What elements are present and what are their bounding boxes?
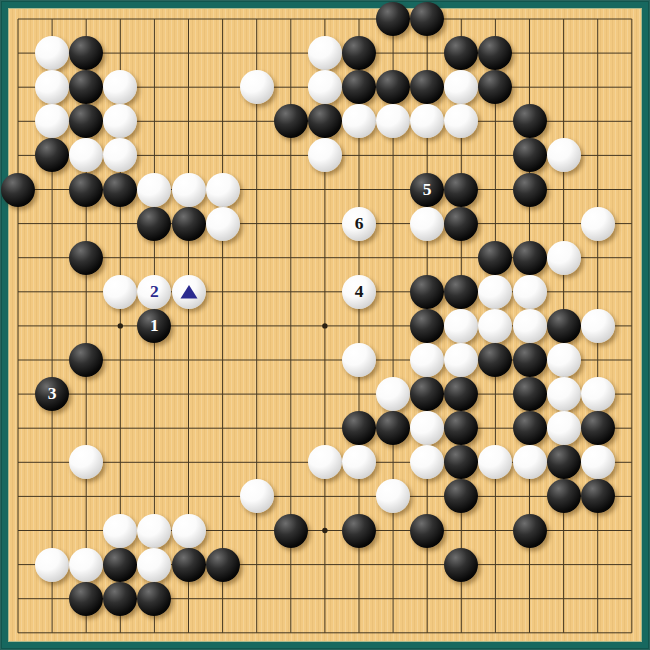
stone-black[interactable] (444, 173, 478, 207)
stone-black[interactable] (513, 104, 547, 138)
stone-white[interactable] (342, 445, 376, 479)
stone-black[interactable] (308, 104, 342, 138)
stone-white[interactable] (103, 70, 137, 104)
stone-white[interactable] (376, 479, 410, 513)
stone-black[interactable] (444, 445, 478, 479)
stone-black[interactable] (444, 377, 478, 411)
stone-black[interactable]: 1 (137, 309, 171, 343)
stone-black[interactable] (172, 548, 206, 582)
stone-black[interactable] (410, 275, 444, 309)
stone-white[interactable] (547, 411, 581, 445)
stone-white[interactable] (206, 173, 240, 207)
move-number-label: 3 (48, 385, 57, 403)
stone-black[interactable] (478, 70, 512, 104)
stone-white[interactable] (103, 104, 137, 138)
stone-black[interactable]: 5 (410, 173, 444, 207)
stone-white[interactable] (35, 104, 69, 138)
stone-black[interactable] (69, 241, 103, 275)
stone-black[interactable]: 3 (35, 377, 69, 411)
stone-white[interactable] (581, 445, 615, 479)
stone-black[interactable] (444, 207, 478, 241)
stone-black[interactable] (342, 70, 376, 104)
stone-white[interactable] (103, 138, 137, 172)
stone-white[interactable] (581, 309, 615, 343)
stone-black[interactable] (444, 36, 478, 70)
stone-white[interactable] (308, 36, 342, 70)
stone-black[interactable] (513, 241, 547, 275)
stone-white[interactable] (69, 138, 103, 172)
stone-white[interactable]: 4 (342, 275, 376, 309)
stone-white[interactable] (137, 173, 171, 207)
move-number-label: 2 (150, 283, 159, 301)
stone-black[interactable] (478, 343, 512, 377)
stone-black[interactable] (69, 343, 103, 377)
stone-white[interactable] (69, 548, 103, 582)
stone-white[interactable] (547, 138, 581, 172)
stone-white[interactable] (240, 70, 274, 104)
stone-white[interactable]: 6 (342, 207, 376, 241)
board-frame: 562413 (0, 0, 650, 650)
stone-black[interactable] (547, 309, 581, 343)
stone-black[interactable] (69, 173, 103, 207)
stone-black[interactable] (103, 173, 137, 207)
stone-white[interactable] (308, 138, 342, 172)
stone-white[interactable] (513, 445, 547, 479)
stone-black[interactable] (103, 582, 137, 616)
stone-black[interactable] (69, 36, 103, 70)
stone-white[interactable] (410, 343, 444, 377)
stone-black[interactable] (1, 173, 35, 207)
stone-white[interactable] (376, 377, 410, 411)
stone-black[interactable] (376, 2, 410, 36)
stone-black[interactable] (342, 514, 376, 548)
stone-black[interactable] (444, 411, 478, 445)
stone-white[interactable] (172, 173, 206, 207)
stone-white[interactable] (103, 275, 137, 309)
stone-white[interactable] (547, 241, 581, 275)
stone-white[interactable] (69, 445, 103, 479)
stone-white[interactable] (376, 104, 410, 138)
stone-black[interactable] (513, 173, 547, 207)
stone-black[interactable] (513, 343, 547, 377)
stone-black[interactable] (137, 582, 171, 616)
stone-white[interactable]: 2 (137, 275, 171, 309)
stone-black[interactable] (513, 377, 547, 411)
stone-black[interactable] (376, 411, 410, 445)
stone-white[interactable] (478, 309, 512, 343)
stone-black[interactable] (274, 104, 308, 138)
stone-white[interactable] (172, 514, 206, 548)
stone-black[interactable] (69, 70, 103, 104)
stone-black[interactable] (172, 207, 206, 241)
stone-black[interactable] (206, 548, 240, 582)
stone-white[interactable] (444, 104, 478, 138)
stone-black[interactable] (35, 138, 69, 172)
stone-black[interactable] (513, 514, 547, 548)
stone-white[interactable] (478, 275, 512, 309)
stone-white[interactable] (444, 309, 478, 343)
stone-white[interactable] (444, 70, 478, 104)
triangle-mark-icon (179, 283, 199, 300)
stone-white[interactable] (410, 445, 444, 479)
stone-black[interactable] (342, 411, 376, 445)
stone-white[interactable] (342, 343, 376, 377)
stone-black[interactable] (342, 36, 376, 70)
stone-black[interactable] (547, 445, 581, 479)
stone-white[interactable] (206, 207, 240, 241)
stone-white[interactable] (308, 70, 342, 104)
stone-white[interactable] (410, 411, 444, 445)
stone-black[interactable] (581, 479, 615, 513)
stone-black[interactable] (410, 70, 444, 104)
stone-white[interactable] (35, 70, 69, 104)
stone-black[interactable] (410, 2, 444, 36)
goban[interactable]: 562413 (9, 9, 641, 641)
stone-black[interactable] (444, 479, 478, 513)
stone-white[interactable] (513, 309, 547, 343)
stone-black[interactable] (137, 207, 171, 241)
stone-white[interactable] (172, 275, 206, 309)
stone-black[interactable] (69, 104, 103, 138)
stone-black[interactable] (547, 479, 581, 513)
stone-black[interactable] (478, 241, 512, 275)
stone-black[interactable] (513, 411, 547, 445)
stone-white[interactable] (308, 445, 342, 479)
stone-black[interactable] (444, 275, 478, 309)
stone-black[interactable] (410, 514, 444, 548)
stone-black[interactable] (103, 548, 137, 582)
stone-white[interactable] (581, 377, 615, 411)
stone-white[interactable] (137, 548, 171, 582)
stone-black[interactable] (444, 548, 478, 582)
stone-white[interactable] (342, 104, 376, 138)
stone-black[interactable] (274, 514, 308, 548)
move-number-label: 4 (355, 283, 364, 301)
stone-white[interactable] (240, 479, 274, 513)
stone-white[interactable] (478, 445, 512, 479)
stone-white[interactable] (103, 514, 137, 548)
stone-black[interactable] (513, 138, 547, 172)
stone-white[interactable] (137, 514, 171, 548)
stone-white[interactable] (581, 207, 615, 241)
stone-black[interactable] (69, 582, 103, 616)
stone-white[interactable] (513, 275, 547, 309)
move-number-label: 6 (355, 215, 364, 233)
move-number-label: 5 (423, 181, 432, 199)
stone-black[interactable] (478, 36, 512, 70)
stones-layer: 562413 (9, 9, 641, 641)
stone-black[interactable] (410, 309, 444, 343)
stone-white[interactable] (547, 377, 581, 411)
stone-white[interactable] (35, 36, 69, 70)
move-number-label: 1 (150, 317, 159, 335)
stone-black[interactable] (581, 411, 615, 445)
stone-white[interactable] (35, 548, 69, 582)
stone-black[interactable] (376, 70, 410, 104)
stone-white[interactable] (410, 207, 444, 241)
stone-white[interactable] (410, 104, 444, 138)
stone-white[interactable] (444, 343, 478, 377)
stone-white[interactable] (547, 343, 581, 377)
stone-black[interactable] (410, 377, 444, 411)
